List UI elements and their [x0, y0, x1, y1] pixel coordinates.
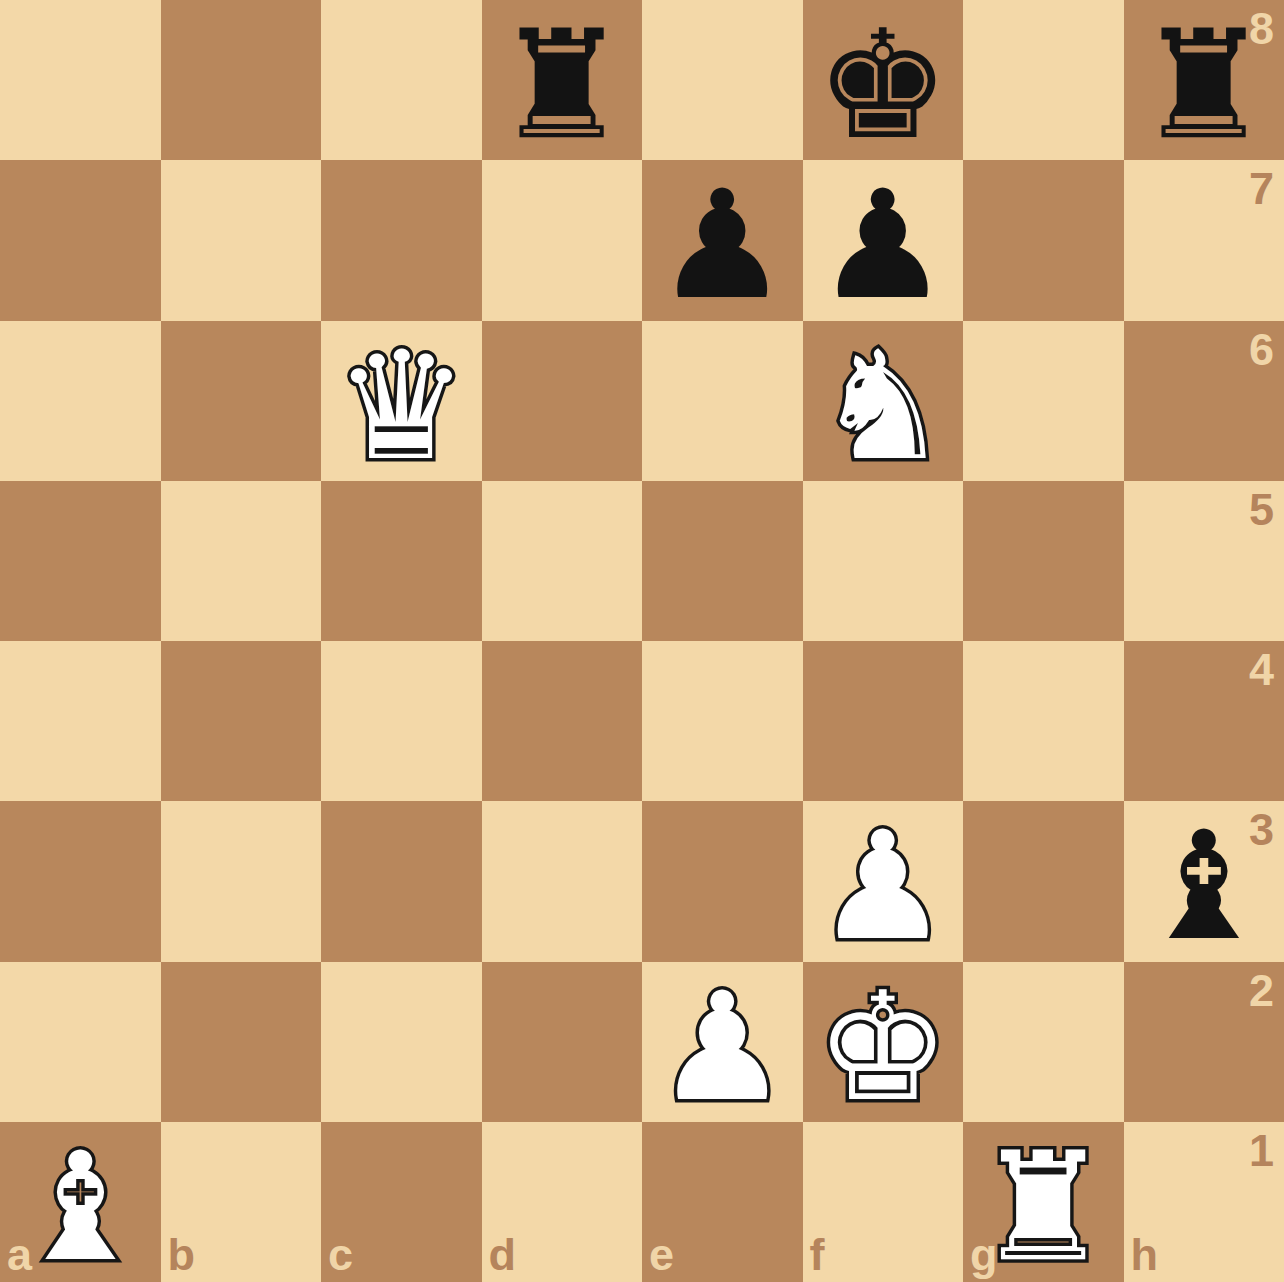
- file-label-a: a: [7, 1232, 32, 1277]
- square-g1[interactable]: g: [963, 1122, 1124, 1282]
- square-f2[interactable]: [803, 962, 964, 1122]
- file-label-h: h: [1131, 1232, 1159, 1277]
- square-b5[interactable]: [161, 481, 322, 641]
- square-d7[interactable]: [482, 160, 643, 320]
- square-h7[interactable]: 7: [1124, 160, 1284, 320]
- square-d3[interactable]: [482, 801, 643, 961]
- square-f7[interactable]: [803, 160, 964, 320]
- square-g5[interactable]: [963, 481, 1124, 641]
- square-c5[interactable]: [321, 481, 482, 641]
- square-a1[interactable]: a: [0, 1122, 161, 1282]
- square-b2[interactable]: [161, 962, 322, 1122]
- square-a3[interactable]: [0, 801, 161, 961]
- square-d2[interactable]: [482, 962, 643, 1122]
- rank-label-6: 6: [1249, 327, 1274, 372]
- square-d1[interactable]: d: [482, 1122, 643, 1282]
- square-d6[interactable]: [482, 321, 643, 481]
- square-f5[interactable]: [803, 481, 964, 641]
- white-pawn[interactable]: [642, 962, 803, 1122]
- white-knight[interactable]: [803, 321, 964, 481]
- black-pawn[interactable]: [803, 160, 964, 320]
- file-label-e: e: [649, 1232, 674, 1277]
- file-label-g: g: [970, 1232, 998, 1277]
- square-f4[interactable]: [803, 641, 964, 801]
- rank-label-3: 3: [1249, 807, 1274, 852]
- square-c8[interactable]: [321, 0, 482, 160]
- black-king[interactable]: [803, 0, 964, 160]
- square-f3[interactable]: [803, 801, 964, 961]
- square-e4[interactable]: [642, 641, 803, 801]
- square-h8[interactable]: 8: [1124, 0, 1284, 160]
- square-a7[interactable]: [0, 160, 161, 320]
- square-c3[interactable]: [321, 801, 482, 961]
- square-c4[interactable]: [321, 641, 482, 801]
- rank-label-1: 1: [1249, 1128, 1274, 1173]
- square-b6[interactable]: [161, 321, 322, 481]
- square-h1[interactable]: 1h: [1124, 1122, 1284, 1282]
- square-g6[interactable]: [963, 321, 1124, 481]
- square-d4[interactable]: [482, 641, 643, 801]
- square-a5[interactable]: [0, 481, 161, 641]
- square-g4[interactable]: [963, 641, 1124, 801]
- square-a4[interactable]: [0, 641, 161, 801]
- square-g2[interactable]: [963, 962, 1124, 1122]
- square-b8[interactable]: [161, 0, 322, 160]
- rank-label-2: 2: [1249, 968, 1274, 1013]
- square-c2[interactable]: [321, 962, 482, 1122]
- file-label-d: d: [489, 1232, 517, 1277]
- square-h2[interactable]: 2: [1124, 962, 1284, 1122]
- square-e8[interactable]: [642, 0, 803, 160]
- square-c6[interactable]: [321, 321, 482, 481]
- square-g3[interactable]: [963, 801, 1124, 961]
- square-b1[interactable]: b: [161, 1122, 322, 1282]
- rank-label-8: 8: [1249, 6, 1274, 51]
- square-e1[interactable]: e: [642, 1122, 803, 1282]
- square-c1[interactable]: c: [321, 1122, 482, 1282]
- white-king[interactable]: [803, 962, 964, 1122]
- file-label-b: b: [168, 1232, 196, 1277]
- square-d8[interactable]: [482, 0, 643, 160]
- square-c7[interactable]: [321, 160, 482, 320]
- square-e3[interactable]: [642, 801, 803, 961]
- square-d5[interactable]: [482, 481, 643, 641]
- square-h3[interactable]: 3: [1124, 801, 1284, 961]
- square-e6[interactable]: [642, 321, 803, 481]
- square-f6[interactable]: [803, 321, 964, 481]
- square-e2[interactable]: [642, 962, 803, 1122]
- square-e5[interactable]: [642, 481, 803, 641]
- file-label-c: c: [328, 1232, 353, 1277]
- rank-label-4: 4: [1249, 647, 1274, 692]
- black-rook[interactable]: [482, 0, 643, 160]
- black-pawn[interactable]: [642, 160, 803, 320]
- square-b3[interactable]: [161, 801, 322, 961]
- square-a2[interactable]: [0, 962, 161, 1122]
- chess-board: 8765432abcdefg1h: [0, 0, 1284, 1282]
- square-h5[interactable]: 5: [1124, 481, 1284, 641]
- square-h4[interactable]: 4: [1124, 641, 1284, 801]
- rank-label-7: 7: [1249, 166, 1274, 211]
- file-label-f: f: [810, 1232, 825, 1277]
- square-h6[interactable]: 6: [1124, 321, 1284, 481]
- white-queen[interactable]: [321, 321, 482, 481]
- square-e7[interactable]: [642, 160, 803, 320]
- square-a8[interactable]: [0, 0, 161, 160]
- square-b4[interactable]: [161, 641, 322, 801]
- square-g8[interactable]: [963, 0, 1124, 160]
- rank-label-5: 5: [1249, 487, 1274, 532]
- square-b7[interactable]: [161, 160, 322, 320]
- white-pawn[interactable]: [803, 801, 964, 961]
- square-a6[interactable]: [0, 321, 161, 481]
- square-f1[interactable]: f: [803, 1122, 964, 1282]
- square-f8[interactable]: [803, 0, 964, 160]
- square-g7[interactable]: [963, 160, 1124, 320]
